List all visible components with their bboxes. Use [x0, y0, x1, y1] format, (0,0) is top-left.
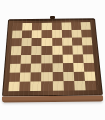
- board-square[interactable]: [73, 54, 84, 63]
- board-square[interactable]: [61, 22, 71, 30]
- board-frame: [2, 18, 103, 96]
- board-square[interactable]: [9, 72, 20, 81]
- board-square[interactable]: [31, 72, 42, 81]
- board-square[interactable]: [12, 31, 22, 39]
- board-squares-grid: [8, 22, 96, 91]
- board-square[interactable]: [52, 30, 62, 38]
- board-square[interactable]: [42, 63, 53, 72]
- board-square[interactable]: [81, 30, 92, 38]
- photo-background: [0, 0, 105, 120]
- board-square[interactable]: [63, 72, 74, 81]
- board-square[interactable]: [73, 72, 84, 81]
- board-square[interactable]: [63, 63, 74, 72]
- board-square[interactable]: [21, 55, 32, 64]
- board-square[interactable]: [52, 63, 63, 72]
- board-square[interactable]: [41, 81, 52, 91]
- board-square[interactable]: [52, 38, 62, 46]
- board-square[interactable]: [31, 63, 42, 72]
- board-square[interactable]: [42, 46, 52, 54]
- board-square[interactable]: [30, 81, 41, 91]
- board-square[interactable]: [71, 22, 81, 30]
- board-square[interactable]: [32, 23, 42, 31]
- board-square[interactable]: [21, 46, 32, 54]
- board-square[interactable]: [22, 30, 32, 38]
- board-square[interactable]: [42, 54, 52, 63]
- board-square[interactable]: [85, 81, 97, 91]
- board-square[interactable]: [84, 71, 95, 80]
- board-square[interactable]: [62, 54, 73, 63]
- board-square[interactable]: [31, 46, 41, 54]
- board-square[interactable]: [83, 54, 94, 63]
- board-square[interactable]: [22, 23, 32, 31]
- board-square[interactable]: [52, 46, 62, 54]
- board-square[interactable]: [11, 38, 22, 46]
- board-square[interactable]: [42, 23, 52, 31]
- board-square[interactable]: [10, 55, 21, 64]
- board-square[interactable]: [52, 81, 63, 91]
- board-square[interactable]: [52, 54, 63, 63]
- board-square[interactable]: [62, 38, 72, 46]
- board-square[interactable]: [81, 22, 91, 30]
- board-square[interactable]: [8, 82, 19, 92]
- board-square[interactable]: [41, 72, 52, 81]
- board-square[interactable]: [72, 38, 83, 46]
- board-square[interactable]: [82, 38, 93, 46]
- board-side-edge: [2, 95, 103, 102]
- board-square[interactable]: [82, 46, 93, 54]
- board-square[interactable]: [11, 46, 22, 54]
- board-square[interactable]: [20, 63, 31, 72]
- board-square[interactable]: [71, 30, 81, 38]
- board-square[interactable]: [19, 81, 30, 91]
- board-square[interactable]: [22, 38, 32, 46]
- chess-board[interactable]: [2, 18, 103, 96]
- board-square[interactable]: [32, 38, 42, 46]
- board-square[interactable]: [42, 38, 52, 46]
- board-square[interactable]: [32, 30, 42, 38]
- board-clasp-icon: [50, 16, 55, 19]
- board-square[interactable]: [42, 30, 52, 38]
- board-square[interactable]: [74, 81, 86, 91]
- board-square[interactable]: [13, 23, 23, 31]
- board-square[interactable]: [72, 46, 83, 54]
- board-square[interactable]: [63, 81, 74, 91]
- board-square[interactable]: [83, 63, 94, 72]
- board-square[interactable]: [61, 30, 71, 38]
- board-square[interactable]: [52, 23, 62, 31]
- board-square[interactable]: [20, 72, 31, 81]
- board-square[interactable]: [31, 55, 42, 64]
- board-square[interactable]: [52, 72, 63, 81]
- board-square[interactable]: [10, 63, 21, 72]
- board-square[interactable]: [62, 46, 73, 54]
- board-square[interactable]: [73, 63, 84, 72]
